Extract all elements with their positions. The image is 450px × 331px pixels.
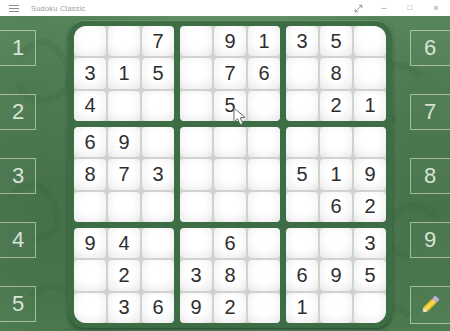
cell-r8c5[interactable]: 8 [214,260,246,290]
window-title: Sudoku Classic [31,4,86,13]
sudoku-board: 7315491765358216987351962942366389236951 [68,20,392,329]
cell-r1c8[interactable]: 5 [320,26,352,56]
cell-r2c4[interactable] [180,58,212,88]
box-2: 91765 [180,26,280,121]
cell-r4c6[interactable] [248,127,280,157]
cell-r9c4[interactable]: 9 [180,293,212,323]
cell-r8c9[interactable]: 5 [354,260,386,290]
box-5 [180,127,280,222]
cell-r8c7[interactable]: 6 [286,260,318,290]
box-3: 35821 [286,26,386,121]
box-8: 63892 [180,228,280,323]
app-window: Sudoku Classic − □ × [0,0,450,331]
cell-r7c4[interactable] [180,228,212,258]
cell-r3c8[interactable]: 2 [320,91,352,121]
numpad-button-6[interactable]: 6 [410,30,450,66]
cell-r2c3[interactable]: 5 [142,58,174,88]
cell-r4c3[interactable] [142,127,174,157]
cell-r1c4[interactable] [180,26,212,56]
cell-r2c5[interactable]: 7 [214,58,246,88]
fullscreen-button[interactable] [345,0,371,16]
cell-r3c5[interactable]: 5 [214,91,246,121]
cell-r1c3[interactable]: 7 [142,26,174,56]
box-9: 36951 [286,228,386,323]
cell-r5c8[interactable]: 1 [320,159,352,189]
numpad-button-2[interactable]: 2 [0,94,36,130]
playfield: 7315491765358216987351962942366389236951… [0,16,450,331]
pencil-icon [417,292,443,318]
numpad-button-3[interactable]: 3 [0,158,36,194]
cell-r6c9[interactable]: 2 [354,192,386,222]
cell-r5c6[interactable] [248,159,280,189]
cell-r2c6[interactable]: 6 [248,58,280,88]
hamburger-menu-icon[interactable] [9,5,19,12]
cell-r1c9[interactable] [354,26,386,56]
cell-r1c1[interactable] [74,26,106,56]
cell-r9c2[interactable]: 3 [108,293,140,323]
cell-r9c3[interactable]: 6 [142,293,174,323]
fullscreen-icon [354,4,363,13]
cell-r1c6[interactable]: 1 [248,26,280,56]
cell-r9c8[interactable] [320,293,352,323]
cell-r7c2[interactable]: 4 [108,228,140,258]
cell-r8c4[interactable]: 3 [180,260,212,290]
cell-r9c5[interactable]: 2 [214,293,246,323]
cell-r2c7[interactable] [286,58,318,88]
cell-r3c9[interactable]: 1 [354,91,386,121]
cell-r2c1[interactable]: 3 [74,58,106,88]
cell-r3c3[interactable] [142,91,174,121]
cell-r1c5[interactable]: 9 [214,26,246,56]
numpad-button-5[interactable]: 5 [0,286,36,322]
numpad-button-4[interactable]: 4 [0,222,36,258]
cell-r5c3[interactable]: 3 [142,159,174,189]
cell-r2c9[interactable] [354,58,386,88]
cell-r5c1[interactable]: 8 [74,159,106,189]
titlebar: Sudoku Classic − □ × [0,0,450,16]
box-1: 73154 [74,26,174,121]
window-controls: − □ × [345,0,449,16]
numpad-button-8[interactable]: 8 [410,158,450,194]
pencil-button[interactable] [410,286,450,324]
cell-r1c7[interactable]: 3 [286,26,318,56]
cell-r5c4[interactable] [180,159,212,189]
cell-r2c2[interactable]: 1 [108,58,140,88]
box-7: 94236 [74,228,174,323]
cell-r3c7[interactable] [286,91,318,121]
cell-r6c4[interactable] [180,192,212,222]
cell-r9c9[interactable] [354,293,386,323]
cell-r4c4[interactable] [180,127,212,157]
cell-r6c7[interactable] [286,192,318,222]
cell-r5c7[interactable]: 5 [286,159,318,189]
cell-r1c2[interactable] [108,26,140,56]
cell-r5c5[interactable] [214,159,246,189]
cell-r3c4[interactable] [180,91,212,121]
cell-r6c8[interactable]: 6 [320,192,352,222]
cell-r7c8[interactable] [320,228,352,258]
cell-r4c1[interactable]: 6 [74,127,106,157]
cell-r4c7[interactable] [286,127,318,157]
cell-r7c1[interactable]: 9 [74,228,106,258]
box-6: 51962 [286,127,386,222]
cell-r8c1[interactable] [74,260,106,290]
cell-r5c9[interactable]: 9 [354,159,386,189]
maximize-button[interactable]: □ [397,0,423,16]
cell-r9c6[interactable] [248,293,280,323]
cell-r8c2[interactable]: 2 [108,260,140,290]
cell-r7c6[interactable] [248,228,280,258]
cell-r8c8[interactable]: 9 [320,260,352,290]
minimize-button[interactable]: − [371,0,397,16]
cell-r7c5[interactable]: 6 [214,228,246,258]
cell-r7c3[interactable] [142,228,174,258]
cell-r7c7[interactable] [286,228,318,258]
numpad-button-7[interactable]: 7 [410,94,450,130]
cell-r8c3[interactable] [142,260,174,290]
cell-r6c1[interactable] [74,192,106,222]
cell-r7c9[interactable]: 3 [354,228,386,258]
cell-r4c5[interactable] [214,127,246,157]
cell-r8c6[interactable] [248,260,280,290]
close-button[interactable]: × [423,0,449,16]
cell-r4c8[interactable] [320,127,352,157]
cell-r5c2[interactable]: 7 [108,159,140,189]
cell-r3c1[interactable]: 4 [74,91,106,121]
cell-r4c9[interactable] [354,127,386,157]
numpad-button-9[interactable]: 9 [410,222,450,258]
numpad-button-1[interactable]: 1 [0,30,36,66]
box-4: 69873 [74,127,174,222]
cell-r4c2[interactable]: 9 [108,127,140,157]
cell-r9c7[interactable]: 1 [286,293,318,323]
cell-r2c8[interactable]: 8 [320,58,352,88]
cell-r9c1[interactable] [74,293,106,323]
cell-r3c6[interactable] [248,91,280,121]
cell-r3c2[interactable] [108,91,140,121]
cell-r6c3[interactable] [142,192,174,222]
cell-r6c5[interactable] [214,192,246,222]
cell-r6c6[interactable] [248,192,280,222]
cell-r6c2[interactable] [108,192,140,222]
